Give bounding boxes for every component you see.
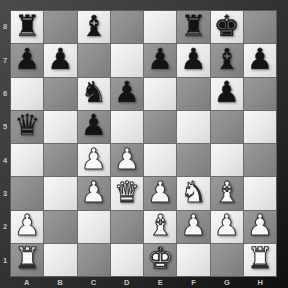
square-h4[interactable] <box>244 144 276 176</box>
square-e2[interactable]: ♝ <box>144 211 176 243</box>
square-a4[interactable] <box>11 144 43 176</box>
square-d4[interactable]: ♟ <box>111 144 143 176</box>
piece-white-pawn[interactable]: ♟ <box>14 211 40 240</box>
rank-label-2: 2 <box>0 210 10 243</box>
square-c2[interactable] <box>78 211 110 243</box>
file-label-b: B <box>43 277 76 288</box>
square-e1[interactable]: ♚ <box>144 244 176 276</box>
piece-black-rook[interactable]: ♜ <box>14 12 40 41</box>
square-g8[interactable]: ♚ <box>211 11 243 43</box>
chess-board: ♜♝♜♚♟♟♟♟♝♟♞♟♟♛♟♟♟♟♛♟♞♝♟♝♟♟♟♜♚♜ <box>10 10 277 277</box>
square-f2[interactable]: ♟ <box>177 211 209 243</box>
square-f1[interactable] <box>177 244 209 276</box>
square-d7[interactable] <box>111 44 143 76</box>
piece-black-king[interactable]: ♚ <box>214 12 240 41</box>
rank-label-3: 3 <box>0 177 10 210</box>
square-e4[interactable] <box>144 144 176 176</box>
piece-black-pawn[interactable]: ♟ <box>247 45 273 74</box>
square-g1[interactable] <box>211 244 243 276</box>
square-h8[interactable] <box>244 11 276 43</box>
square-f7[interactable]: ♟ <box>177 44 209 76</box>
square-f6[interactable] <box>177 78 209 110</box>
square-a6[interactable] <box>11 78 43 110</box>
piece-black-pawn[interactable]: ♟ <box>180 45 206 74</box>
chess-app-window: 87654321 ABCDEFGH ♜♝♜♚♟♟♟♟♝♟♞♟♟♛♟♟♟♟♛♟♞♝… <box>0 0 288 288</box>
square-b1[interactable] <box>44 244 76 276</box>
piece-black-bishop[interactable]: ♝ <box>214 45 240 74</box>
file-label-d: D <box>110 277 143 288</box>
square-c7[interactable] <box>78 44 110 76</box>
square-h2[interactable]: ♟ <box>244 211 276 243</box>
square-e5[interactable] <box>144 111 176 143</box>
square-b8[interactable] <box>44 11 76 43</box>
piece-black-pawn[interactable]: ♟ <box>14 45 40 74</box>
piece-white-rook[interactable]: ♜ <box>14 244 40 273</box>
piece-white-pawn[interactable]: ♟ <box>114 145 140 174</box>
piece-black-pawn[interactable]: ♟ <box>147 45 173 74</box>
square-a7[interactable]: ♟ <box>11 44 43 76</box>
square-c5[interactable]: ♟ <box>78 111 110 143</box>
piece-black-pawn[interactable]: ♟ <box>47 45 73 74</box>
piece-white-rook[interactable]: ♜ <box>247 244 273 273</box>
square-f5[interactable] <box>177 111 209 143</box>
square-a5[interactable]: ♛ <box>11 111 43 143</box>
file-label-h: H <box>244 277 277 288</box>
square-e7[interactable]: ♟ <box>144 44 176 76</box>
file-labels: ABCDEFGH <box>10 277 277 288</box>
piece-black-bishop[interactable]: ♝ <box>81 12 107 41</box>
square-e3[interactable]: ♟ <box>144 177 176 209</box>
square-e6[interactable] <box>144 78 176 110</box>
square-b4[interactable] <box>44 144 76 176</box>
piece-black-knight[interactable]: ♞ <box>81 78 107 107</box>
square-g2[interactable]: ♟ <box>211 211 243 243</box>
piece-white-pawn[interactable]: ♟ <box>81 145 107 174</box>
piece-black-pawn[interactable]: ♟ <box>81 111 107 140</box>
square-d1[interactable] <box>111 244 143 276</box>
square-b2[interactable] <box>44 211 76 243</box>
file-label-c: C <box>77 277 110 288</box>
square-d6[interactable]: ♟ <box>111 78 143 110</box>
square-f8[interactable]: ♜ <box>177 11 209 43</box>
square-h1[interactable]: ♜ <box>244 244 276 276</box>
rank-labels: 87654321 <box>0 10 10 277</box>
file-label-e: E <box>144 277 177 288</box>
square-d8[interactable] <box>111 11 143 43</box>
piece-white-bishop[interactable]: ♝ <box>214 178 240 207</box>
square-c8[interactable]: ♝ <box>78 11 110 43</box>
square-b5[interactable] <box>44 111 76 143</box>
rank-label-8: 8 <box>0 10 10 43</box>
file-label-a: A <box>10 277 43 288</box>
square-e8[interactable] <box>144 11 176 43</box>
square-g4[interactable] <box>211 144 243 176</box>
square-h3[interactable] <box>244 177 276 209</box>
piece-white-knight[interactable]: ♞ <box>180 178 206 207</box>
piece-black-pawn[interactable]: ♟ <box>214 78 240 107</box>
square-h6[interactable] <box>244 78 276 110</box>
square-c1[interactable] <box>78 244 110 276</box>
rank-label-4: 4 <box>0 144 10 177</box>
square-h7[interactable]: ♟ <box>244 44 276 76</box>
piece-white-pawn[interactable]: ♟ <box>147 178 173 207</box>
rank-label-7: 7 <box>0 43 10 76</box>
square-c3[interactable]: ♟ <box>78 177 110 209</box>
piece-white-pawn[interactable]: ♟ <box>214 211 240 240</box>
square-g3[interactable]: ♝ <box>211 177 243 209</box>
piece-white-pawn[interactable]: ♟ <box>81 178 107 207</box>
piece-black-pawn[interactable]: ♟ <box>114 78 140 107</box>
square-d3[interactable]: ♛ <box>111 177 143 209</box>
square-f3[interactable]: ♞ <box>177 177 209 209</box>
square-g5[interactable] <box>211 111 243 143</box>
piece-white-pawn[interactable]: ♟ <box>180 211 206 240</box>
square-b7[interactable]: ♟ <box>44 44 76 76</box>
square-d5[interactable] <box>111 111 143 143</box>
file-label-g: G <box>210 277 243 288</box>
piece-white-king[interactable]: ♚ <box>147 244 173 273</box>
piece-black-queen[interactable]: ♛ <box>14 111 40 140</box>
square-h5[interactable] <box>244 111 276 143</box>
square-a2[interactable]: ♟ <box>11 211 43 243</box>
square-g7[interactable]: ♝ <box>211 44 243 76</box>
piece-white-queen[interactable]: ♛ <box>114 178 140 207</box>
piece-white-pawn[interactable]: ♟ <box>247 211 273 240</box>
square-a3[interactable] <box>11 177 43 209</box>
piece-white-bishop[interactable]: ♝ <box>147 211 173 240</box>
rank-label-6: 6 <box>0 77 10 110</box>
rank-label-1: 1 <box>0 244 10 277</box>
square-d2[interactable] <box>111 211 143 243</box>
square-a8[interactable]: ♜ <box>11 11 43 43</box>
square-b6[interactable] <box>44 78 76 110</box>
rank-label-5: 5 <box>0 110 10 143</box>
square-a1[interactable]: ♜ <box>11 244 43 276</box>
piece-black-rook[interactable]: ♜ <box>180 12 206 41</box>
square-c4[interactable]: ♟ <box>78 144 110 176</box>
square-c6[interactable]: ♞ <box>78 78 110 110</box>
square-g6[interactable]: ♟ <box>211 78 243 110</box>
file-label-f: F <box>177 277 210 288</box>
square-b3[interactable] <box>44 177 76 209</box>
square-f4[interactable] <box>177 144 209 176</box>
